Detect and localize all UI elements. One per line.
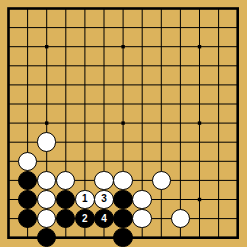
stone-black-move-2: 2 [75,209,94,228]
stone-black [18,190,37,209]
stone-black [113,228,132,247]
stone-white [132,190,151,209]
stone-white [152,171,171,190]
stone-black [113,209,132,228]
stone-white [56,171,75,190]
go-diagram: 1324 [0,0,247,247]
stone-white [37,190,56,209]
stone-white [132,209,151,228]
stone-white [94,171,113,190]
stone-white [37,209,56,228]
stone-black [56,190,75,209]
stone-white [171,209,190,228]
stone-white [113,171,132,190]
stone-white-move-1: 1 [75,190,94,209]
stone-black [18,209,37,228]
stone-white [18,152,37,171]
stone-black [56,209,75,228]
stone-white [37,171,56,190]
stone-white-move-3: 3 [94,190,113,209]
stone-white [37,132,56,151]
stones-layer: 1324 [0,0,247,247]
stone-black-move-4: 4 [94,209,113,228]
stone-black [37,228,56,247]
stone-black [18,171,37,190]
stone-black [113,190,132,209]
